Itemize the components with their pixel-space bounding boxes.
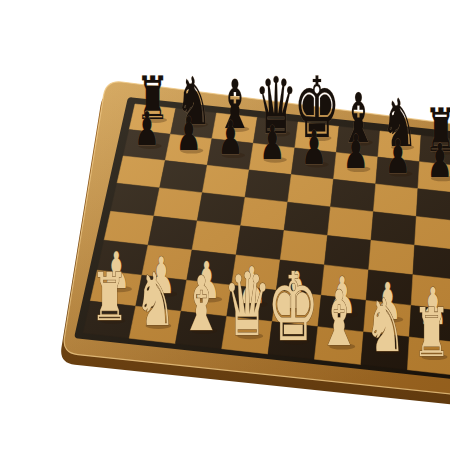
piece-black-pawn-b7[interactable]: ♟ (176, 106, 202, 160)
piece-black-pawn-d7[interactable]: ♟ (259, 116, 285, 170)
piece-black-pawn-f7[interactable]: ♟ (343, 125, 369, 179)
piece-black-pawn-e7[interactable]: ♟ (301, 120, 327, 174)
piece-white-queen-d1[interactable]: ♛ (223, 254, 272, 355)
piece-white-knight-g1[interactable]: ♞ (365, 282, 406, 367)
chessboard-photo: ♜♞♝♛♚♝♞♜♟♟♟♟♟♟♟♟♟♟♟♟♟♟♟♟♜♞♝♛♚♝♞♜ Overhea… (40, 16, 450, 450)
chess-scene-svg: ♜♞♝♛♚♝♞♜♟♟♟♟♟♟♟♟♟♟♟♟♟♟♟♟♜♞♝♛♚♝♞♜ (40, 16, 450, 450)
piece-white-rook-a1[interactable]: ♜ (91, 258, 128, 335)
piece-white-rook-h1[interactable]: ♜ (413, 293, 450, 371)
piece-white-bishop-c1[interactable]: ♝ (180, 260, 222, 348)
piece-white-knight-b1[interactable]: ♞ (135, 256, 176, 341)
piece-black-pawn-g7[interactable]: ♟ (385, 129, 411, 183)
piece-black-pawn-h7[interactable]: ♟ (427, 134, 450, 188)
piece-black-pawn-c7[interactable]: ♟ (217, 111, 243, 165)
piece-black-pawn-a7[interactable]: ♟ (134, 102, 160, 156)
piece-white-bishop-f1[interactable]: ♝ (318, 274, 360, 363)
piece-white-king-e1[interactable]: ♚ (267, 252, 319, 363)
